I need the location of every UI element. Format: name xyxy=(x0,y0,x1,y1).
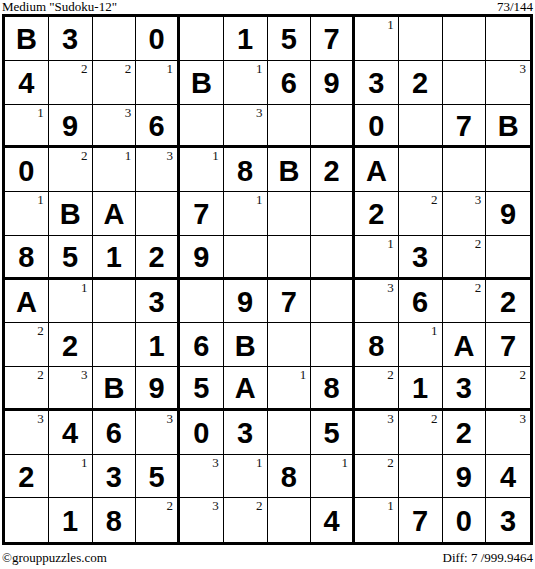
page-header: Medium "Sudoku-12" 73/144 xyxy=(0,0,535,14)
cell-r5c2[interactable]: B xyxy=(49,192,93,236)
cell-r9c12[interactable]: 2 xyxy=(486,367,530,411)
cell-r6c8[interactable] xyxy=(311,236,355,280)
pencil-mark: 1 xyxy=(256,456,263,469)
pencil-mark: 3 xyxy=(520,62,527,75)
pencil-mark: 3 xyxy=(387,281,394,294)
cell-value: 6 xyxy=(281,69,297,98)
cell-value: 8 xyxy=(237,157,253,186)
cell-r7c8[interactable] xyxy=(311,280,355,324)
cell-r11c6[interactable]: 1 xyxy=(224,455,268,499)
cell-r4c7[interactable]: B xyxy=(268,148,312,192)
cell-r11c8[interactable]: 1 xyxy=(311,455,355,499)
cell-r1c7[interactable]: 5 xyxy=(268,17,312,61)
cell-value: 3 xyxy=(456,374,472,403)
pencil-mark: 1 xyxy=(212,149,219,162)
page-footer: ©grouppuzzles.com Diff: 7 /999.9464 xyxy=(0,550,535,565)
cell-value: 7 xyxy=(412,507,428,536)
pencil-mark: 2 xyxy=(37,368,44,381)
pencil-mark: 3 xyxy=(387,412,394,425)
cell-r11c10[interactable] xyxy=(399,455,443,499)
cell-r8c7[interactable] xyxy=(268,323,312,367)
cell-value: B xyxy=(235,332,256,361)
pencil-mark: 3 xyxy=(212,499,219,512)
cell-value: 1 xyxy=(412,374,428,403)
cell-r6c10[interactable]: 3 xyxy=(399,236,443,280)
cell-r10c2[interactable]: 4 xyxy=(49,411,93,455)
cell-r11c11[interactable]: 9 xyxy=(443,455,487,499)
cell-r4c10[interactable] xyxy=(399,148,443,192)
cell-r1c6[interactable]: 1 xyxy=(224,17,268,61)
cell-r7c7[interactable]: 7 xyxy=(268,280,312,324)
cell-r3c10[interactable] xyxy=(399,105,443,149)
cell-r10c9[interactable]: 3 xyxy=(355,411,399,455)
pencil-mark: 2 xyxy=(520,368,527,381)
cell-r12c9[interactable]: 1 xyxy=(355,498,399,542)
cell-r2c11[interactable] xyxy=(443,61,487,105)
cell-r7c12[interactable]: 2 xyxy=(486,280,530,324)
cell-r3c4[interactable]: 6 xyxy=(136,105,180,149)
cell-value: A xyxy=(235,374,256,403)
cell-r10c3[interactable]: 6 xyxy=(93,411,137,455)
cell-r6c12[interactable] xyxy=(486,236,530,280)
cell-r8c11[interactable]: A xyxy=(443,323,487,367)
cell-r11c4[interactable]: 5 xyxy=(136,455,180,499)
cell-r5c8[interactable] xyxy=(311,192,355,236)
pencil-mark: 1 xyxy=(300,368,307,381)
pencil-mark: 1 xyxy=(81,281,88,294)
cell-r3c2[interactable]: 9 xyxy=(49,105,93,149)
cell-r8c8[interactable] xyxy=(311,323,355,367)
cell-value: 1 xyxy=(62,507,78,536)
pencil-mark: 3 xyxy=(475,193,482,206)
cell-r9c8[interactable]: 8 xyxy=(311,367,355,411)
cell-r5c6[interactable]: 1 xyxy=(224,192,268,236)
cell-r11c5[interactable]: 3 xyxy=(180,455,224,499)
cell-value: 7 xyxy=(193,200,209,229)
cell-r4c2[interactable]: 2 xyxy=(49,148,93,192)
pencil-mark: 2 xyxy=(387,368,394,381)
cell-r6c4[interactable]: 2 xyxy=(136,236,180,280)
cell-value: 1 xyxy=(106,243,122,272)
cell-r9c11[interactable]: 3 xyxy=(443,367,487,411)
cell-value: 9 xyxy=(237,288,253,317)
cell-r8c3[interactable] xyxy=(93,323,137,367)
cell-r7c9[interactable]: 3 xyxy=(355,280,399,324)
cell-value: 0 xyxy=(193,419,209,448)
cell-value: 9 xyxy=(456,463,472,492)
cell-r9c2[interactable]: 3 xyxy=(49,367,93,411)
cell-r10c1[interactable]: 3 xyxy=(5,411,49,455)
cell-value: B xyxy=(60,200,81,229)
cell-value: A xyxy=(16,288,37,317)
cell-value: 9 xyxy=(500,200,516,229)
cell-r5c11[interactable]: 3 xyxy=(443,192,487,236)
cell-r9c4[interactable]: 9 xyxy=(136,367,180,411)
pencil-mark: 1 xyxy=(387,18,394,31)
cell-r2c1[interactable]: 4 xyxy=(5,61,49,105)
pencil-mark: 3 xyxy=(167,412,174,425)
cell-r7c3[interactable] xyxy=(93,280,137,324)
cell-r11c7[interactable]: 8 xyxy=(268,455,312,499)
cell-r10c8[interactable]: 5 xyxy=(311,411,355,455)
cell-r4c11[interactable] xyxy=(443,148,487,192)
cell-r12c2[interactable]: 1 xyxy=(49,498,93,542)
cell-r5c3[interactable]: A xyxy=(93,192,137,236)
cell-r10c12[interactable]: 3 xyxy=(486,411,530,455)
cell-r5c10[interactable]: 2 xyxy=(399,192,443,236)
cell-r9c5[interactable]: 5 xyxy=(180,367,224,411)
cell-r1c3[interactable] xyxy=(93,17,137,61)
cell-value: 3 xyxy=(106,463,122,492)
cell-value: 6 xyxy=(193,332,209,361)
cell-r6c7[interactable] xyxy=(268,236,312,280)
cell-r12c10[interactable]: 7 xyxy=(399,498,443,542)
cell-r3c5[interactable] xyxy=(180,105,224,149)
cell-r2c8[interactable]: 9 xyxy=(311,61,355,105)
cell-value: 5 xyxy=(324,419,340,448)
cell-value: A xyxy=(103,200,124,229)
cell-r5c12[interactable]: 9 xyxy=(486,192,530,236)
cell-value: 2 xyxy=(18,463,34,492)
puzzle-title: Medium "Sudoku-12" xyxy=(2,0,117,14)
cell-value: 2 xyxy=(412,69,428,98)
cell-r3c8[interactable] xyxy=(311,105,355,149)
cell-value: 3 xyxy=(500,507,516,536)
cell-value: 2 xyxy=(62,332,78,361)
cell-r11c12[interactable]: 4 xyxy=(486,455,530,499)
cell-r5c1[interactable]: 1 xyxy=(5,192,49,236)
cell-value: B xyxy=(278,157,299,186)
cell-r10c7[interactable] xyxy=(268,411,312,455)
cell-value: 5 xyxy=(62,243,78,272)
cell-value: 2 xyxy=(368,200,384,229)
cell-r8c6[interactable]: B xyxy=(224,323,268,367)
cell-value: 9 xyxy=(149,374,165,403)
cell-r2c5[interactable]: B xyxy=(180,61,224,105)
cell-value: 7 xyxy=(324,25,340,54)
cell-value: 8 xyxy=(324,374,340,403)
cell-r4c4[interactable]: 3 xyxy=(136,148,180,192)
cell-r11c9[interactable]: 2 xyxy=(355,455,399,499)
cell-r8c12[interactable]: 7 xyxy=(486,323,530,367)
cell-r12c6[interactable]: 2 xyxy=(224,498,268,542)
cell-r2c4[interactable]: 1 xyxy=(136,61,180,105)
cell-r5c4[interactable] xyxy=(136,192,180,236)
cell-r8c4[interactable]: 1 xyxy=(136,323,180,367)
cell-r10c4[interactable]: 3 xyxy=(136,411,180,455)
cell-r8c2[interactable]: 2 xyxy=(49,323,93,367)
cell-r9c3[interactable]: B xyxy=(93,367,137,411)
cell-r7c5[interactable] xyxy=(180,280,224,324)
cell-r8c9[interactable]: 8 xyxy=(355,323,399,367)
cell-value: 7 xyxy=(456,112,472,141)
cell-r5c5[interactable]: 7 xyxy=(180,192,224,236)
cell-value: 3 xyxy=(62,25,78,54)
pencil-mark: 1 xyxy=(37,106,44,119)
pencil-mark: 1 xyxy=(431,324,438,337)
cell-r5c7[interactable] xyxy=(268,192,312,236)
pencil-mark: 2 xyxy=(81,149,88,162)
pencil-mark: 2 xyxy=(475,237,482,250)
cell-value: B xyxy=(191,69,212,98)
pencil-mark: 1 xyxy=(125,149,132,162)
cell-value: 2 xyxy=(149,243,165,272)
pencil-mark: 1 xyxy=(256,62,263,75)
pencil-mark: 2 xyxy=(81,62,88,75)
cell-r2c12[interactable]: 3 xyxy=(486,61,530,105)
cell-r3c6[interactable]: 3 xyxy=(224,105,268,149)
cell-value: 9 xyxy=(324,69,340,98)
cell-r4c8[interactable]: 2 xyxy=(311,148,355,192)
cell-value: 8 xyxy=(281,463,297,492)
pencil-mark: 1 xyxy=(81,456,88,469)
cell-r2c6[interactable]: 1 xyxy=(224,61,268,105)
cell-r11c1[interactable]: 2 xyxy=(5,455,49,499)
cell-value: 2 xyxy=(500,288,516,317)
cell-value: 4 xyxy=(62,419,78,448)
cell-value: 7 xyxy=(500,332,516,361)
cell-r1c1[interactable]: B xyxy=(5,17,49,61)
pencil-mark: 2 xyxy=(431,412,438,425)
difficulty-label: Diff: 7 /999.9464 xyxy=(443,550,533,565)
cell-r6c3[interactable]: 1 xyxy=(93,236,137,280)
cell-value: 3 xyxy=(412,243,428,272)
cell-r4c5[interactable]: 1 xyxy=(180,148,224,192)
cell-r2c3[interactable]: 2 xyxy=(93,61,137,105)
cell-r10c10[interactable]: 2 xyxy=(399,411,443,455)
cell-value: 0 xyxy=(368,112,384,141)
cell-r5c9[interactable]: 2 xyxy=(355,192,399,236)
cell-value: 1 xyxy=(149,332,165,361)
cell-r1c4[interactable]: 0 xyxy=(136,17,180,61)
pencil-mark: 2 xyxy=(256,499,263,512)
cell-r2c10[interactable]: 2 xyxy=(399,61,443,105)
cell-r2c9[interactable]: 3 xyxy=(355,61,399,105)
cell-r4c3[interactable]: 1 xyxy=(93,148,137,192)
cell-value: 4 xyxy=(18,69,34,98)
cell-r1c8[interactable]: 7 xyxy=(311,17,355,61)
pencil-mark: 1 xyxy=(167,62,174,75)
cell-value: 6 xyxy=(412,288,428,317)
pencil-mark: 3 xyxy=(81,368,88,381)
cell-value: 0 xyxy=(456,507,472,536)
cell-r12c7[interactable] xyxy=(268,498,312,542)
cell-value: 3 xyxy=(149,288,165,317)
cell-r11c3[interactable]: 3 xyxy=(93,455,137,499)
cell-value: 3 xyxy=(237,419,253,448)
cell-r10c6[interactable]: 3 xyxy=(224,411,268,455)
cell-r12c11[interactable]: 0 xyxy=(443,498,487,542)
cell-r9c10[interactable]: 1 xyxy=(399,367,443,411)
cell-value: 9 xyxy=(193,243,209,272)
pencil-mark: 1 xyxy=(387,499,394,512)
cell-r6c2[interactable]: 5 xyxy=(49,236,93,280)
cell-r9c7[interactable]: 1 xyxy=(268,367,312,411)
cell-value: 8 xyxy=(18,243,34,272)
pencil-mark: 2 xyxy=(387,456,394,469)
cell-r6c11[interactable]: 2 xyxy=(443,236,487,280)
cell-r7c10[interactable]: 6 xyxy=(399,280,443,324)
cell-r6c9[interactable]: 1 xyxy=(355,236,399,280)
cell-value: A xyxy=(453,332,474,361)
cell-r12c5[interactable]: 3 xyxy=(180,498,224,542)
pencil-mark: 3 xyxy=(212,456,219,469)
pencil-mark: 1 xyxy=(342,456,349,469)
cell-r3c9[interactable]: 0 xyxy=(355,105,399,149)
cell-r1c2[interactable]: 3 xyxy=(49,17,93,61)
cell-value: 5 xyxy=(281,25,297,54)
cell-value: 4 xyxy=(500,463,516,492)
sudoku-board: B3015714221B1693231936307B021318B2A1BA71… xyxy=(2,14,533,545)
cell-r12c1[interactable] xyxy=(5,498,49,542)
cell-value: 4 xyxy=(324,507,340,536)
cell-value: B xyxy=(16,25,37,54)
cell-r2c7[interactable]: 6 xyxy=(268,61,312,105)
cell-r9c1[interactable]: 2 xyxy=(5,367,49,411)
pencil-mark: 2 xyxy=(125,62,132,75)
pencil-mark: 2 xyxy=(167,499,174,512)
cell-r11c2[interactable]: 1 xyxy=(49,455,93,499)
cell-r9c9[interactable]: 2 xyxy=(355,367,399,411)
cell-value: 0 xyxy=(18,157,34,186)
pencil-mark: 2 xyxy=(431,193,438,206)
cell-r10c11[interactable]: 2 xyxy=(443,411,487,455)
cell-r7c4[interactable]: 3 xyxy=(136,280,180,324)
cell-value: 1 xyxy=(237,25,253,54)
pencil-mark: 3 xyxy=(167,149,174,162)
cell-r7c2[interactable]: 1 xyxy=(49,280,93,324)
cell-r1c12[interactable] xyxy=(486,17,530,61)
cell-r4c6[interactable]: 8 xyxy=(224,148,268,192)
cell-r4c12[interactable] xyxy=(486,148,530,192)
pencil-mark: 1 xyxy=(37,193,44,206)
cell-value: B xyxy=(498,112,519,141)
cell-value: 5 xyxy=(193,374,209,403)
pencil-mark: 3 xyxy=(256,106,263,119)
cell-value: B xyxy=(103,374,124,403)
cell-r12c8[interactable]: 4 xyxy=(311,498,355,542)
pencil-mark: 2 xyxy=(37,324,44,337)
cell-value: 7 xyxy=(281,288,297,317)
cell-r7c1[interactable]: A xyxy=(5,280,49,324)
pencil-mark: 1 xyxy=(387,237,394,250)
cell-value: 0 xyxy=(149,25,165,54)
cell-r8c1[interactable]: 2 xyxy=(5,323,49,367)
cell-r3c7[interactable] xyxy=(268,105,312,149)
cell-r1c10[interactable] xyxy=(399,17,443,61)
site-credit: ©grouppuzzles.com xyxy=(2,550,107,565)
cell-value: A xyxy=(366,157,387,186)
cell-r12c12[interactable]: 3 xyxy=(486,498,530,542)
pencil-mark: 1 xyxy=(256,193,263,206)
pencil-mark: 3 xyxy=(520,412,527,425)
cell-value: 5 xyxy=(149,463,165,492)
cell-r12c3[interactable]: 8 xyxy=(93,498,137,542)
cell-value: 3 xyxy=(368,69,384,98)
cell-r2c2[interactable]: 2 xyxy=(49,61,93,105)
cell-r4c9[interactable]: A xyxy=(355,148,399,192)
cell-r3c11[interactable]: 7 xyxy=(443,105,487,149)
pencil-mark: 2 xyxy=(475,281,482,294)
cell-r3c12[interactable]: B xyxy=(486,105,530,149)
cell-r8c5[interactable]: 6 xyxy=(180,323,224,367)
cell-r1c11[interactable] xyxy=(443,17,487,61)
cell-r10c5[interactable]: 0 xyxy=(180,411,224,455)
pencil-mark: 3 xyxy=(37,412,44,425)
cell-r12c4[interactable]: 2 xyxy=(136,498,180,542)
cell-r8c10[interactable]: 1 xyxy=(399,323,443,367)
cell-r1c9[interactable]: 1 xyxy=(355,17,399,61)
cell-value: 6 xyxy=(149,112,165,141)
cell-value: 9 xyxy=(62,112,78,141)
cell-r6c5[interactable]: 9 xyxy=(180,236,224,280)
cell-value: 2 xyxy=(324,157,340,186)
cell-value: 8 xyxy=(368,332,384,361)
cell-r6c6[interactable] xyxy=(224,236,268,280)
cell-r6c1[interactable]: 8 xyxy=(5,236,49,280)
pencil-mark: 3 xyxy=(125,106,132,119)
cell-value: 8 xyxy=(106,507,122,536)
cell-counter: 73/144 xyxy=(497,0,533,14)
cell-r3c3[interactable]: 3 xyxy=(93,105,137,149)
cell-value: 2 xyxy=(456,419,472,448)
cell-r1c5[interactable] xyxy=(180,17,224,61)
cell-value: 6 xyxy=(106,419,122,448)
cell-r9c6[interactable]: A xyxy=(224,367,268,411)
cell-r4c1[interactable]: 0 xyxy=(5,148,49,192)
cell-r3c1[interactable]: 1 xyxy=(5,105,49,149)
cell-r7c6[interactable]: 9 xyxy=(224,280,268,324)
cell-r7c11[interactable]: 2 xyxy=(443,280,487,324)
